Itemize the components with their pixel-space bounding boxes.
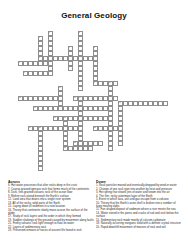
clue-number: 15 (119, 102, 121, 104)
clue-number: 14 (79, 97, 81, 99)
down-clue-list: 1. Rock particles moved and eventually d… (96, 184, 182, 229)
grid-cell[interactable] (38, 166, 43, 171)
clue-number: 20 (39, 127, 41, 129)
clue-number: 9 (94, 82, 95, 84)
grid-cell[interactable] (78, 86, 83, 91)
clue-number: 3 (39, 37, 40, 39)
clue-number: 21 (94, 127, 96, 129)
page-title: General Geology (0, 11, 188, 20)
clue-number: 19 (29, 127, 31, 129)
clue-number: 11 (59, 87, 61, 89)
grid-cell[interactable] (98, 141, 103, 146)
clue-number: 12 (19, 97, 21, 99)
grid-cell[interactable] (68, 66, 73, 71)
clue-number: 10 (109, 82, 111, 84)
clue-number: 17 (54, 117, 56, 119)
clue-number: 2 (79, 32, 80, 34)
grid-cell[interactable] (48, 71, 53, 76)
clue-number: 8 (24, 72, 25, 74)
clues-section: Across 6. Hot water processes that alter… (8, 180, 186, 243)
clue-number: 7 (19, 62, 20, 64)
clue-number: 13 (74, 97, 76, 99)
grid-cell[interactable] (118, 141, 123, 146)
grid-cell[interactable] (88, 146, 93, 151)
clue-number: 16 (34, 107, 36, 109)
clue-item: 23. Preserved remains or traces of ancie… (8, 229, 94, 232)
clue-number: 4 (69, 47, 70, 49)
grid-cell[interactable] (163, 101, 168, 106)
clue-number: 5 (94, 47, 95, 49)
clue-number: 6 (39, 57, 40, 59)
crossword-grid: 1234567891011121314151617181920212223 (8, 31, 168, 171)
clue-item: 20. Rapid downhill movement of masses of… (96, 225, 182, 228)
across-clue-list: 6. Hot water processes that alter rocks … (8, 184, 94, 232)
grid-cell[interactable] (108, 146, 113, 151)
clues-down-column: Down 1. Rock particles moved and eventua… (96, 180, 186, 243)
crossword-page: General Geology 123456789101112131415161… (0, 0, 188, 243)
clue-number: 18 (64, 117, 66, 119)
grid-cell[interactable] (113, 81, 118, 86)
clue-number: 23 (64, 147, 66, 149)
clue-number: 22 (74, 142, 76, 144)
clue-number: 1 (49, 32, 50, 34)
clues-across-column: Across 6. Hot water processes that alter… (8, 180, 96, 243)
